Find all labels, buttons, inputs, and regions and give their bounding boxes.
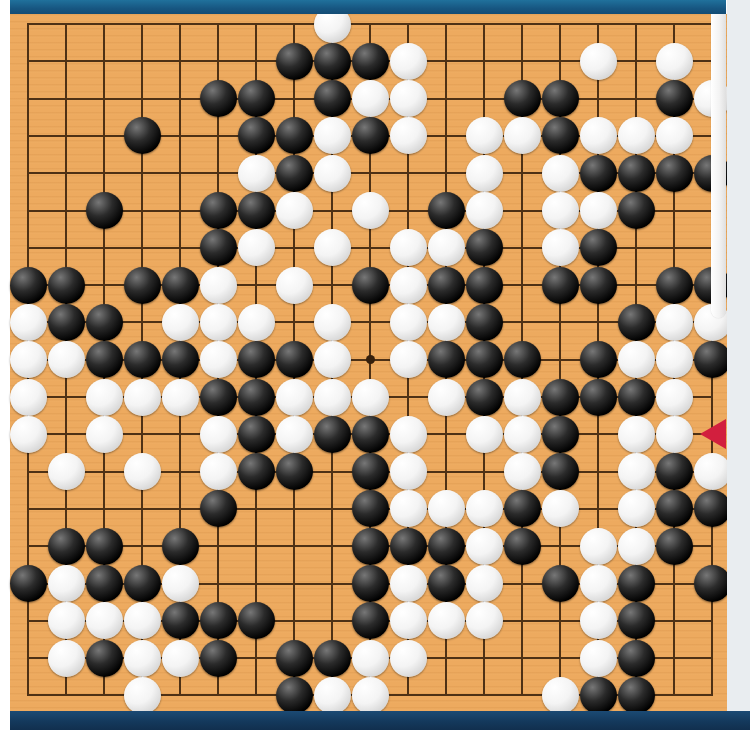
black-stone bbox=[238, 416, 275, 453]
white-stone bbox=[504, 117, 541, 154]
white-stone bbox=[352, 640, 389, 677]
black-stone bbox=[466, 379, 503, 416]
white-stone bbox=[124, 602, 161, 639]
white-stone bbox=[48, 602, 85, 639]
white-stone bbox=[428, 490, 465, 527]
black-stone bbox=[428, 341, 465, 378]
black-stone bbox=[580, 155, 617, 192]
black-stone bbox=[238, 602, 275, 639]
white-stone bbox=[390, 453, 427, 490]
black-stone bbox=[314, 416, 351, 453]
white-stone bbox=[466, 117, 503, 154]
black-stone bbox=[352, 117, 389, 154]
white-stone bbox=[314, 304, 351, 341]
white-stone bbox=[238, 155, 275, 192]
white-stone bbox=[314, 229, 351, 266]
white-stone bbox=[10, 379, 47, 416]
black-stone bbox=[162, 602, 199, 639]
black-stone bbox=[352, 528, 389, 565]
white-stone bbox=[504, 379, 541, 416]
black-stone bbox=[580, 267, 617, 304]
white-stone bbox=[390, 267, 427, 304]
black-stone bbox=[466, 341, 503, 378]
black-stone bbox=[86, 640, 123, 677]
white-stone bbox=[428, 379, 465, 416]
white-stone bbox=[656, 43, 693, 80]
black-stone bbox=[276, 155, 313, 192]
white-stone bbox=[390, 416, 427, 453]
black-stone bbox=[618, 565, 655, 602]
black-stone bbox=[618, 677, 655, 714]
white-stone bbox=[314, 677, 351, 714]
white-stone bbox=[314, 341, 351, 378]
white-stone bbox=[124, 677, 161, 714]
black-stone bbox=[428, 565, 465, 602]
black-stone bbox=[314, 80, 351, 117]
white-stone bbox=[86, 416, 123, 453]
white-stone bbox=[10, 416, 47, 453]
bottom-bar bbox=[10, 711, 750, 730]
white-stone bbox=[428, 304, 465, 341]
black-stone bbox=[656, 528, 693, 565]
black-stone bbox=[542, 565, 579, 602]
white-stone bbox=[428, 602, 465, 639]
white-stone bbox=[314, 379, 351, 416]
black-stone bbox=[542, 80, 579, 117]
white-stone bbox=[162, 640, 199, 677]
white-stone bbox=[124, 640, 161, 677]
black-stone bbox=[656, 453, 693, 490]
black-stone bbox=[276, 677, 313, 714]
black-stone bbox=[48, 304, 85, 341]
white-stone bbox=[618, 341, 655, 378]
black-stone bbox=[466, 304, 503, 341]
white-stone bbox=[390, 602, 427, 639]
black-stone bbox=[352, 565, 389, 602]
black-stone bbox=[48, 528, 85, 565]
black-stone bbox=[618, 155, 655, 192]
white-stone bbox=[86, 602, 123, 639]
black-stone bbox=[86, 565, 123, 602]
black-stone bbox=[162, 267, 199, 304]
white-stone bbox=[466, 528, 503, 565]
white-stone bbox=[580, 528, 617, 565]
white-stone bbox=[504, 453, 541, 490]
white-stone bbox=[200, 267, 237, 304]
white-stone bbox=[542, 155, 579, 192]
black-stone bbox=[124, 267, 161, 304]
black-stone bbox=[428, 528, 465, 565]
white-stone bbox=[48, 640, 85, 677]
white-stone bbox=[694, 453, 731, 490]
white-stone bbox=[48, 341, 85, 378]
black-stone bbox=[48, 267, 85, 304]
white-stone bbox=[618, 416, 655, 453]
scrollbar[interactable] bbox=[711, 6, 726, 318]
black-stone bbox=[200, 640, 237, 677]
white-stone bbox=[390, 565, 427, 602]
white-stone bbox=[162, 379, 199, 416]
right-gutter bbox=[727, 0, 750, 711]
white-stone bbox=[48, 453, 85, 490]
white-stone bbox=[466, 192, 503, 229]
black-stone bbox=[238, 379, 275, 416]
black-stone bbox=[200, 490, 237, 527]
black-stone bbox=[504, 490, 541, 527]
black-stone bbox=[656, 267, 693, 304]
black-stone bbox=[428, 192, 465, 229]
black-stone bbox=[580, 379, 617, 416]
white-stone bbox=[200, 341, 237, 378]
white-stone bbox=[466, 602, 503, 639]
white-stone bbox=[466, 416, 503, 453]
black-stone bbox=[276, 640, 313, 677]
go-app-page bbox=[0, 0, 750, 730]
black-stone bbox=[694, 341, 731, 378]
black-stone bbox=[542, 267, 579, 304]
white-stone bbox=[618, 117, 655, 154]
black-stone bbox=[10, 267, 47, 304]
black-stone bbox=[162, 341, 199, 378]
black-stone bbox=[124, 117, 161, 154]
black-stone bbox=[580, 677, 617, 714]
white-stone bbox=[656, 304, 693, 341]
white-stone bbox=[390, 117, 427, 154]
white-stone bbox=[352, 192, 389, 229]
black-stone bbox=[200, 379, 237, 416]
black-stone bbox=[238, 453, 275, 490]
black-stone bbox=[276, 117, 313, 154]
black-stone bbox=[200, 602, 237, 639]
white-stone bbox=[10, 304, 47, 341]
black-stone bbox=[656, 490, 693, 527]
white-stone bbox=[390, 640, 427, 677]
black-stone bbox=[428, 267, 465, 304]
black-stone bbox=[694, 565, 731, 602]
white-stone bbox=[124, 453, 161, 490]
white-stone bbox=[580, 565, 617, 602]
go-board[interactable] bbox=[10, 14, 727, 711]
black-stone bbox=[580, 229, 617, 266]
black-stone bbox=[504, 80, 541, 117]
white-stone bbox=[390, 304, 427, 341]
white-stone bbox=[580, 117, 617, 154]
white-stone bbox=[238, 229, 275, 266]
black-stone bbox=[238, 80, 275, 117]
black-stone bbox=[542, 453, 579, 490]
black-stone bbox=[580, 341, 617, 378]
white-stone bbox=[276, 416, 313, 453]
black-stone bbox=[314, 640, 351, 677]
white-stone bbox=[466, 490, 503, 527]
white-stone bbox=[390, 80, 427, 117]
white-stone bbox=[580, 43, 617, 80]
black-stone bbox=[124, 341, 161, 378]
white-stone bbox=[618, 453, 655, 490]
black-stone bbox=[276, 453, 313, 490]
white-stone bbox=[580, 602, 617, 639]
black-stone bbox=[618, 192, 655, 229]
black-stone bbox=[352, 416, 389, 453]
white-stone bbox=[314, 117, 351, 154]
top-bar bbox=[10, 0, 726, 14]
black-stone bbox=[276, 341, 313, 378]
black-stone bbox=[238, 341, 275, 378]
white-stone bbox=[86, 379, 123, 416]
white-stone bbox=[390, 229, 427, 266]
black-stone bbox=[542, 379, 579, 416]
white-stone bbox=[656, 416, 693, 453]
black-stone bbox=[352, 490, 389, 527]
white-stone bbox=[314, 155, 351, 192]
white-stone bbox=[162, 565, 199, 602]
white-stone bbox=[542, 192, 579, 229]
white-stone bbox=[390, 43, 427, 80]
white-stone bbox=[276, 192, 313, 229]
white-stone bbox=[390, 490, 427, 527]
white-stone bbox=[48, 565, 85, 602]
black-stone bbox=[352, 43, 389, 80]
white-stone bbox=[656, 379, 693, 416]
black-stone bbox=[86, 528, 123, 565]
red-triangle-marker[interactable] bbox=[700, 419, 726, 449]
black-stone bbox=[618, 304, 655, 341]
white-stone bbox=[352, 80, 389, 117]
white-stone bbox=[656, 117, 693, 154]
white-stone bbox=[200, 304, 237, 341]
white-stone bbox=[428, 229, 465, 266]
white-stone bbox=[352, 379, 389, 416]
black-stone bbox=[542, 416, 579, 453]
white-stone bbox=[162, 304, 199, 341]
black-stone bbox=[86, 192, 123, 229]
white-stone bbox=[504, 416, 541, 453]
black-stone bbox=[10, 565, 47, 602]
white-stone bbox=[580, 192, 617, 229]
white-stone bbox=[10, 341, 47, 378]
black-stone bbox=[504, 528, 541, 565]
white-stone bbox=[656, 341, 693, 378]
white-stone bbox=[542, 490, 579, 527]
white-stone bbox=[276, 267, 313, 304]
black-stone bbox=[656, 155, 693, 192]
white-stone bbox=[200, 453, 237, 490]
black-stone bbox=[238, 117, 275, 154]
black-stone bbox=[352, 602, 389, 639]
white-stone bbox=[390, 341, 427, 378]
white-stone bbox=[124, 379, 161, 416]
black-stone bbox=[352, 453, 389, 490]
white-stone bbox=[352, 677, 389, 714]
white-stone bbox=[200, 416, 237, 453]
star-point bbox=[366, 355, 375, 364]
white-stone bbox=[618, 490, 655, 527]
black-stone bbox=[618, 602, 655, 639]
black-stone bbox=[618, 640, 655, 677]
black-stone bbox=[618, 379, 655, 416]
white-stone bbox=[580, 640, 617, 677]
white-stone bbox=[542, 229, 579, 266]
black-stone bbox=[390, 528, 427, 565]
black-stone bbox=[466, 267, 503, 304]
black-stone bbox=[200, 192, 237, 229]
black-stone bbox=[314, 43, 351, 80]
white-stone bbox=[276, 379, 313, 416]
black-stone bbox=[504, 341, 541, 378]
black-stone bbox=[656, 80, 693, 117]
black-stone bbox=[542, 117, 579, 154]
white-stone bbox=[466, 565, 503, 602]
black-stone bbox=[276, 43, 313, 80]
black-stone bbox=[200, 80, 237, 117]
black-stone bbox=[200, 229, 237, 266]
black-stone bbox=[86, 341, 123, 378]
black-stone bbox=[694, 490, 731, 527]
white-stone bbox=[466, 155, 503, 192]
black-stone bbox=[238, 192, 275, 229]
black-stone bbox=[352, 267, 389, 304]
white-stone bbox=[618, 528, 655, 565]
white-stone bbox=[238, 304, 275, 341]
black-stone bbox=[466, 229, 503, 266]
black-stone bbox=[86, 304, 123, 341]
black-stone bbox=[124, 565, 161, 602]
black-stone bbox=[162, 528, 199, 565]
white-stone bbox=[542, 677, 579, 714]
